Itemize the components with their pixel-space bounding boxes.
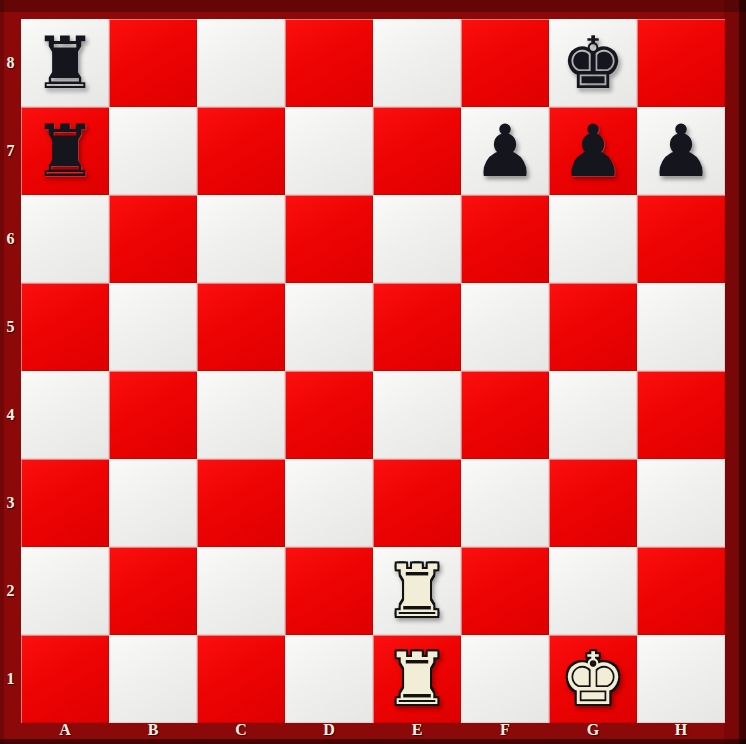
- square-g3[interactable]: [549, 459, 637, 547]
- square-g4[interactable]: [549, 371, 637, 459]
- black-king-g8[interactable]: ♚: [561, 19, 626, 107]
- black-pawn-g7[interactable]: ♟: [561, 107, 626, 195]
- square-d4[interactable]: [285, 371, 373, 459]
- square-h3[interactable]: [637, 459, 725, 547]
- square-f5[interactable]: [461, 283, 549, 371]
- square-g6[interactable]: [549, 195, 637, 283]
- square-h8[interactable]: [637, 19, 725, 107]
- square-h7[interactable]: ♟: [637, 107, 725, 195]
- square-g7[interactable]: ♟: [549, 107, 637, 195]
- square-e2[interactable]: ♜: [373, 547, 461, 635]
- square-g5[interactable]: [549, 283, 637, 371]
- square-e4[interactable]: [373, 371, 461, 459]
- square-h4[interactable]: [637, 371, 725, 459]
- file-label-a: A: [21, 721, 109, 739]
- square-f4[interactable]: [461, 371, 549, 459]
- square-f7[interactable]: ♟: [461, 107, 549, 195]
- rank-label-5: 5: [0, 283, 21, 371]
- square-f8[interactable]: [461, 19, 549, 107]
- file-label-f: F: [461, 721, 549, 739]
- square-f3[interactable]: [461, 459, 549, 547]
- square-d6[interactable]: [285, 195, 373, 283]
- black-rook-a8[interactable]: ♜: [33, 19, 98, 107]
- black-pawn-f7[interactable]: ♟: [473, 107, 538, 195]
- rank-labels: 87654321: [0, 19, 21, 723]
- square-c5[interactable]: [197, 283, 285, 371]
- square-f1[interactable]: [461, 635, 549, 723]
- square-h1[interactable]: [637, 635, 725, 723]
- square-c3[interactable]: [197, 459, 285, 547]
- square-e1[interactable]: ♜: [373, 635, 461, 723]
- chess-board: ♜♚♜♟♟♟♜♜♚: [21, 19, 725, 723]
- square-c6[interactable]: [197, 195, 285, 283]
- file-label-g: G: [549, 721, 637, 739]
- square-e7[interactable]: [373, 107, 461, 195]
- square-e8[interactable]: [373, 19, 461, 107]
- square-f2[interactable]: [461, 547, 549, 635]
- white-rook-e2[interactable]: ♜: [385, 547, 450, 635]
- square-h2[interactable]: [637, 547, 725, 635]
- square-a2[interactable]: [21, 547, 109, 635]
- board-frame: 87654321 ♜♚♜♟♟♟♜♜♚ ABCDEFGH: [0, 0, 746, 744]
- file-labels: ABCDEFGH: [21, 721, 725, 739]
- square-h5[interactable]: [637, 283, 725, 371]
- square-h6[interactable]: [637, 195, 725, 283]
- black-rook-a7[interactable]: ♜: [33, 107, 98, 195]
- square-a4[interactable]: [21, 371, 109, 459]
- square-f6[interactable]: [461, 195, 549, 283]
- square-e6[interactable]: [373, 195, 461, 283]
- square-b3[interactable]: [109, 459, 197, 547]
- square-b2[interactable]: [109, 547, 197, 635]
- square-b8[interactable]: [109, 19, 197, 107]
- square-c4[interactable]: [197, 371, 285, 459]
- square-d1[interactable]: [285, 635, 373, 723]
- rank-label-4: 4: [0, 371, 21, 459]
- square-c8[interactable]: [197, 19, 285, 107]
- file-label-b: B: [109, 721, 197, 739]
- square-c7[interactable]: [197, 107, 285, 195]
- square-c2[interactable]: [197, 547, 285, 635]
- white-rook-e1[interactable]: ♜: [385, 635, 450, 723]
- rank-label-6: 6: [0, 195, 21, 283]
- file-label-h: H: [637, 721, 725, 739]
- rank-label-1: 1: [0, 635, 21, 723]
- square-b6[interactable]: [109, 195, 197, 283]
- file-label-e: E: [373, 721, 461, 739]
- square-e3[interactable]: [373, 459, 461, 547]
- square-g1[interactable]: ♚: [549, 635, 637, 723]
- square-d3[interactable]: [285, 459, 373, 547]
- square-d7[interactable]: [285, 107, 373, 195]
- square-d2[interactable]: [285, 547, 373, 635]
- square-a1[interactable]: [21, 635, 109, 723]
- square-d8[interactable]: [285, 19, 373, 107]
- file-label-c: C: [197, 721, 285, 739]
- square-d5[interactable]: [285, 283, 373, 371]
- square-b5[interactable]: [109, 283, 197, 371]
- white-king-g1[interactable]: ♚: [561, 635, 626, 723]
- square-e5[interactable]: [373, 283, 461, 371]
- rank-label-3: 3: [0, 459, 21, 547]
- square-a7[interactable]: ♜: [21, 107, 109, 195]
- black-pawn-h7[interactable]: ♟: [649, 107, 714, 195]
- square-a8[interactable]: ♜: [21, 19, 109, 107]
- square-b1[interactable]: [109, 635, 197, 723]
- square-g8[interactable]: ♚: [549, 19, 637, 107]
- rank-label-2: 2: [0, 547, 21, 635]
- square-b7[interactable]: [109, 107, 197, 195]
- square-a3[interactable]: [21, 459, 109, 547]
- square-a6[interactable]: [21, 195, 109, 283]
- file-label-d: D: [285, 721, 373, 739]
- square-g2[interactable]: [549, 547, 637, 635]
- square-c1[interactable]: [197, 635, 285, 723]
- rank-label-7: 7: [0, 107, 21, 195]
- rank-label-8: 8: [0, 19, 21, 107]
- square-a5[interactable]: [21, 283, 109, 371]
- square-b4[interactable]: [109, 371, 197, 459]
